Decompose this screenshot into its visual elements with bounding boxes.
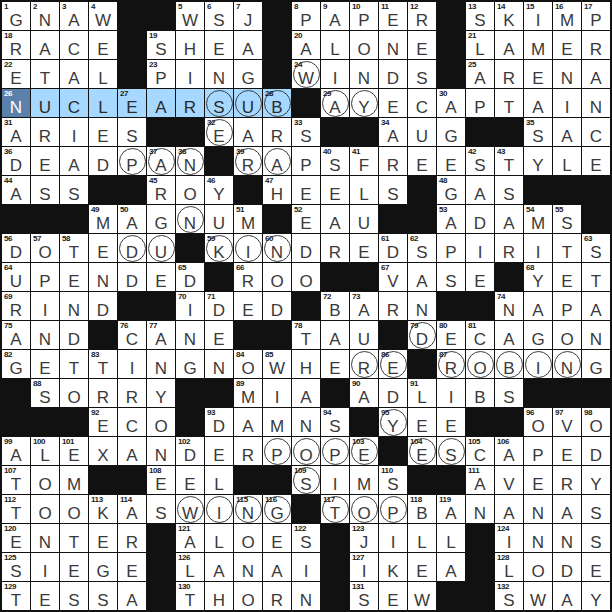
grid-cell-r1c3[interactable]: 3A <box>60 2 88 30</box>
grid-cell-r14c16[interactable]: I <box>437 379 465 407</box>
grid-cell-r8c5[interactable]: 50A <box>118 205 146 233</box>
grid-cell-r4c5[interactable]: 27E <box>118 89 146 117</box>
grid-cell-r4c19[interactable]: A <box>524 89 552 117</box>
grid-cell-r9c14[interactable]: 61D <box>379 234 407 262</box>
grid-cell-r11c8[interactable]: 71D <box>205 292 233 320</box>
grid-cell-r18c15[interactable]: 118B <box>408 495 436 523</box>
grid-cell-r20c5[interactable]: E <box>118 553 146 581</box>
grid-cell-r15c15[interactable]: E <box>408 408 436 436</box>
grid-cell-r1c12[interactable]: 9A <box>321 2 349 30</box>
grid-cell-r20c2[interactable]: I <box>31 553 59 581</box>
grid-cell-r19c8[interactable]: L <box>205 524 233 552</box>
grid-cell-r9c1[interactable]: 56D <box>2 234 30 262</box>
grid-cell-r4c18[interactable]: T <box>495 89 523 117</box>
grid-cell-r3c20[interactable]: N <box>553 60 581 88</box>
grid-cell-r11c3[interactable]: N <box>60 292 88 320</box>
grid-cell-r3c4[interactable]: L <box>89 60 117 88</box>
grid-cell-r6c6[interactable]: 37A <box>147 147 175 175</box>
grid-cell-r1c1[interactable]: 1G <box>2 2 30 30</box>
grid-cell-r4c9[interactable]: U <box>234 89 262 117</box>
grid-cell-r2c20[interactable]: E <box>553 31 581 59</box>
grid-cell-r18c3[interactable]: O <box>60 495 88 523</box>
grid-cell-r20c11[interactable]: I <box>292 553 320 581</box>
grid-cell-r9c6[interactable]: U <box>147 234 175 262</box>
grid-cell-r9c4[interactable]: E <box>89 234 117 262</box>
grid-cell-r7c3[interactable]: S <box>60 176 88 204</box>
grid-cell-r21c11[interactable]: N <box>292 582 320 610</box>
grid-cell-r6c9[interactable]: 39R <box>234 147 262 175</box>
grid-cell-r10c11[interactable]: O <box>292 263 320 291</box>
grid-cell-r14c3[interactable]: O <box>60 379 88 407</box>
grid-cell-r16c10[interactable]: P <box>263 437 291 465</box>
grid-cell-r19c20[interactable]: N <box>553 524 581 552</box>
grid-cell-r8c9[interactable]: 51M <box>234 205 262 233</box>
grid-cell-r10c21[interactable]: T <box>582 263 610 291</box>
grid-cell-r15c19[interactable]: 96O <box>524 408 552 436</box>
grid-cell-r11c21[interactable]: A <box>582 292 610 320</box>
grid-cell-r9c11[interactable]: D <box>292 234 320 262</box>
grid-cell-r3c18[interactable]: R <box>495 60 523 88</box>
grid-cell-r16c20[interactable]: E <box>553 437 581 465</box>
grid-cell-r21c10[interactable]: R <box>263 582 291 610</box>
grid-cell-r7c2[interactable]: S <box>31 176 59 204</box>
grid-cell-r19c9[interactable]: O <box>234 524 262 552</box>
grid-cell-r6c7[interactable]: 38N <box>176 147 204 175</box>
grid-cell-r16c16[interactable]: S <box>437 437 465 465</box>
grid-cell-r16c2[interactable]: 100L <box>31 437 59 465</box>
grid-cell-r16c9[interactable]: R <box>234 437 262 465</box>
grid-cell-r9c10[interactable]: 60N <box>263 234 291 262</box>
grid-cell-r2c21[interactable]: R <box>582 31 610 59</box>
grid-cell-r16c21[interactable]: D <box>582 437 610 465</box>
grid-cell-r19c4[interactable]: E <box>89 524 117 552</box>
grid-cell-r2c7[interactable]: H <box>176 31 204 59</box>
grid-cell-r13c9[interactable]: 84O <box>234 350 262 378</box>
grid-cell-r20c10[interactable]: A <box>263 553 291 581</box>
grid-cell-r15c14[interactable]: 95Y <box>379 408 407 436</box>
grid-cell-r9c8[interactable]: 59K <box>205 234 233 262</box>
grid-cell-r13c17[interactable]: O <box>466 350 494 378</box>
grid-cell-r6c18[interactable]: 43T <box>495 147 523 175</box>
grid-cell-r4c20[interactable]: I <box>553 89 581 117</box>
grid-cell-r10c10[interactable]: O <box>263 263 291 291</box>
grid-cell-r4c17[interactable]: P <box>466 89 494 117</box>
grid-cell-r4c8[interactable]: S <box>205 89 233 117</box>
grid-cell-r6c12[interactable]: 40S <box>321 147 349 175</box>
grid-cell-r14c14[interactable]: D <box>379 379 407 407</box>
grid-cell-r7c16[interactable]: 48G <box>437 176 465 204</box>
grid-cell-r4c7[interactable]: R <box>176 89 204 117</box>
grid-cell-r3c1[interactable]: 22E <box>2 60 30 88</box>
grid-cell-r20c3[interactable]: E <box>60 553 88 581</box>
grid-cell-r9c19[interactable]: I <box>524 234 552 262</box>
grid-cell-r2c2[interactable]: A <box>31 31 59 59</box>
grid-cell-r21c3[interactable]: S <box>60 582 88 610</box>
grid-cell-r13c1[interactable]: 82G <box>2 350 30 378</box>
grid-cell-r11c13[interactable]: 73A <box>350 292 378 320</box>
grid-cell-r14c10[interactable]: I <box>263 379 291 407</box>
grid-cell-r3c3[interactable]: A <box>60 60 88 88</box>
grid-cell-r19c3[interactable]: T <box>60 524 88 552</box>
grid-cell-r15c12[interactable]: 94S <box>321 408 349 436</box>
grid-cell-r1c11[interactable]: 8P <box>292 2 320 30</box>
grid-cell-r19c7[interactable]: 121A <box>176 524 204 552</box>
grid-cell-r1c8[interactable]: 6S <box>205 2 233 30</box>
grid-cell-r2c17[interactable]: 21L <box>466 31 494 59</box>
grid-cell-r13c18[interactable]: B <box>495 350 523 378</box>
grid-cell-r12c11[interactable]: 78T <box>292 321 320 349</box>
grid-cell-r18c12[interactable]: 117T <box>321 495 349 523</box>
grid-cell-r5c11[interactable]: 33S <box>292 118 320 146</box>
grid-cell-r17c7[interactable]: E <box>176 466 204 494</box>
grid-cell-r6c15[interactable]: E <box>408 147 436 175</box>
grid-cell-r7c7[interactable]: O <box>176 176 204 204</box>
grid-cell-r16c19[interactable]: P <box>524 437 552 465</box>
grid-cell-r16c6[interactable]: N <box>147 437 175 465</box>
grid-cell-r21c13[interactable]: 131S <box>350 582 378 610</box>
grid-cell-r8c17[interactable]: D <box>466 205 494 233</box>
grid-cell-r13c8[interactable]: N <box>205 350 233 378</box>
grid-cell-r20c20[interactable]: D <box>553 553 581 581</box>
grid-cell-r17c2[interactable]: O <box>31 466 59 494</box>
grid-cell-r20c14[interactable]: K <box>379 553 407 581</box>
grid-cell-r21c2[interactable]: E <box>31 582 59 610</box>
grid-cell-r18c16[interactable]: 119A <box>437 495 465 523</box>
grid-cell-r13c16[interactable]: 87R <box>437 350 465 378</box>
grid-cell-r13c11[interactable]: H <box>292 350 320 378</box>
grid-cell-r1c20[interactable]: 16M <box>553 2 581 30</box>
grid-cell-r4c6[interactable]: A <box>147 89 175 117</box>
grid-cell-r2c6[interactable]: 19S <box>147 31 175 59</box>
grid-cell-r3c9[interactable]: G <box>234 60 262 88</box>
grid-cell-r3c13[interactable]: N <box>350 60 378 88</box>
grid-cell-r8c20[interactable]: 55S <box>553 205 581 233</box>
grid-cell-r3c19[interactable]: E <box>524 60 552 88</box>
grid-cell-r6c1[interactable]: 36D <box>2 147 30 175</box>
grid-cell-r7c10[interactable]: 47H <box>263 176 291 204</box>
grid-cell-r10c3[interactable]: E <box>60 263 88 291</box>
grid-cell-r11c15[interactable]: N <box>408 292 436 320</box>
grid-cell-r11c20[interactable]: P <box>553 292 581 320</box>
grid-cell-r3c17[interactable]: 25A <box>466 60 494 88</box>
grid-cell-r13c3[interactable]: T <box>60 350 88 378</box>
grid-cell-r8c16[interactable]: 53A <box>437 205 465 233</box>
grid-cell-r1c13[interactable]: 10P <box>350 2 378 30</box>
grid-cell-r18c2[interactable]: O <box>31 495 59 523</box>
grid-cell-r1c18[interactable]: 14K <box>495 2 523 30</box>
grid-cell-r17c8[interactable]: L <box>205 466 233 494</box>
selected-cell[interactable]: 26N <box>2 89 30 117</box>
grid-cell-r20c16[interactable]: A <box>437 553 465 581</box>
grid-cell-r15c16[interactable]: E <box>437 408 465 436</box>
grid-cell-r1c15[interactable]: 12R <box>408 2 436 30</box>
grid-cell-r19c21[interactable]: S <box>582 524 610 552</box>
grid-cell-r11c14[interactable]: R <box>379 292 407 320</box>
grid-cell-r11c2[interactable]: I <box>31 292 59 320</box>
grid-cell-r18c6[interactable]: S <box>147 495 175 523</box>
grid-cell-r7c13[interactable]: L <box>350 176 378 204</box>
grid-cell-r5c2[interactable]: R <box>31 118 59 146</box>
grid-cell-r6c14[interactable]: R <box>379 147 407 175</box>
grid-cell-r1c19[interactable]: 15I <box>524 2 552 30</box>
grid-cell-r6c21[interactable]: E <box>582 147 610 175</box>
grid-cell-r10c4[interactable]: N <box>89 263 117 291</box>
grid-cell-r17c6[interactable]: 108E <box>147 466 175 494</box>
grid-cell-r11c10[interactable]: D <box>263 292 291 320</box>
grid-cell-r1c17[interactable]: 13S <box>466 2 494 30</box>
grid-cell-r9c21[interactable]: 63S <box>582 234 610 262</box>
grid-cell-r21c4[interactable]: S <box>89 582 117 610</box>
grid-cell-r10c6[interactable]: E <box>147 263 175 291</box>
grid-cell-r13c21[interactable]: G <box>582 350 610 378</box>
grid-cell-r13c7[interactable]: G <box>176 350 204 378</box>
grid-cell-r12c17[interactable]: 81C <box>466 321 494 349</box>
grid-cell-r14c18[interactable]: S <box>495 379 523 407</box>
grid-cell-r21c5[interactable]: A <box>118 582 146 610</box>
grid-cell-r13c4[interactable]: 83T <box>89 350 117 378</box>
grid-cell-r13c5[interactable]: I <box>118 350 146 378</box>
grid-cell-r17c3[interactable]: M <box>60 466 88 494</box>
grid-cell-r16c18[interactable]: 106A <box>495 437 523 465</box>
grid-cell-r17c19[interactable]: E <box>524 466 552 494</box>
grid-cell-r6c10[interactable]: A <box>263 147 291 175</box>
grid-cell-r18c20[interactable]: A <box>553 495 581 523</box>
grid-cell-r5c8[interactable]: 32E <box>205 118 233 146</box>
grid-cell-r3c11[interactable]: 24W <box>292 60 320 88</box>
grid-cell-r5c15[interactable]: U <box>408 118 436 146</box>
grid-cell-r8c18[interactable]: A <box>495 205 523 233</box>
grid-cell-r7c14[interactable]: S <box>379 176 407 204</box>
grid-cell-r12c18[interactable]: A <box>495 321 523 349</box>
grid-cell-r10c17[interactable]: E <box>466 263 494 291</box>
grid-cell-r21c9[interactable]: O <box>234 582 262 610</box>
grid-cell-r2c18[interactable]: A <box>495 31 523 59</box>
grid-cell-r13c2[interactable]: E <box>31 350 59 378</box>
grid-cell-r1c7[interactable]: 5W <box>176 2 204 30</box>
grid-cell-r9c12[interactable]: R <box>321 234 349 262</box>
grid-cell-r15c4[interactable]: 92E <box>89 408 117 436</box>
grid-cell-r13c14[interactable]: 86E <box>379 350 407 378</box>
grid-cell-r6c13[interactable]: 41F <box>350 147 378 175</box>
grid-cell-r7c6[interactable]: 45R <box>147 176 175 204</box>
grid-cell-r3c14[interactable]: D <box>379 60 407 88</box>
grid-cell-r10c9[interactable]: 66R <box>234 263 262 291</box>
grid-cell-r15c11[interactable]: N <box>292 408 320 436</box>
grid-cell-r7c18[interactable]: S <box>495 176 523 204</box>
grid-cell-r17c20[interactable]: R <box>553 466 581 494</box>
grid-cell-r18c18[interactable]: A <box>495 495 523 523</box>
grid-cell-r7c1[interactable]: 44A <box>2 176 30 204</box>
grid-cell-r3c12[interactable]: I <box>321 60 349 88</box>
grid-cell-r2c19[interactable]: M <box>524 31 552 59</box>
grid-cell-r10c14[interactable]: 67V <box>379 263 407 291</box>
grid-cell-r21c18[interactable]: 132S <box>495 582 523 610</box>
grid-cell-r15c21[interactable]: 98O <box>582 408 610 436</box>
grid-cell-r20c9[interactable]: N <box>234 553 262 581</box>
grid-cell-r15c6[interactable]: O <box>147 408 175 436</box>
grid-cell-r12c21[interactable]: N <box>582 321 610 349</box>
grid-cell-r16c3[interactable]: 101E <box>60 437 88 465</box>
grid-cell-r14c9[interactable]: 89M <box>234 379 262 407</box>
grid-cell-r14c6[interactable]: Y <box>147 379 175 407</box>
grid-cell-r5c21[interactable]: C <box>582 118 610 146</box>
grid-cell-r7c8[interactable]: 46Y <box>205 176 233 204</box>
grid-cell-r18c5[interactable]: 114A <box>118 495 146 523</box>
grid-cell-r16c5[interactable]: A <box>118 437 146 465</box>
grid-cell-r9c17[interactable]: I <box>466 234 494 262</box>
grid-cell-r18c17[interactable]: N <box>466 495 494 523</box>
grid-cell-r1c21[interactable]: 17P <box>582 2 610 30</box>
grid-cell-r21c19[interactable]: W <box>524 582 552 610</box>
grid-cell-r4c3[interactable]: C <box>60 89 88 117</box>
grid-cell-r4c13[interactable]: Y <box>350 89 378 117</box>
grid-cell-r15c8[interactable]: 93D <box>205 408 233 436</box>
grid-cell-r3c6[interactable]: 23P <box>147 60 175 88</box>
grid-cell-r20c4[interactable]: G <box>89 553 117 581</box>
grid-cell-r14c13[interactable]: 90A <box>350 379 378 407</box>
grid-cell-r19c13[interactable]: 123J <box>350 524 378 552</box>
grid-cell-r20c8[interactable]: A <box>205 553 233 581</box>
grid-cell-r9c2[interactable]: 57O <box>31 234 59 262</box>
grid-cell-r2c9[interactable]: A <box>234 31 262 59</box>
grid-cell-r13c12[interactable]: E <box>321 350 349 378</box>
grid-cell-r6c19[interactable]: Y <box>524 147 552 175</box>
grid-cell-r4c2[interactable]: U <box>31 89 59 117</box>
grid-cell-r8c7[interactable]: N <box>176 205 204 233</box>
grid-cell-r12c16[interactable]: 80E <box>437 321 465 349</box>
grid-cell-r11c7[interactable]: 70I <box>176 292 204 320</box>
grid-cell-r6c20[interactable]: L <box>553 147 581 175</box>
grid-cell-r12c2[interactable]: N <box>31 321 59 349</box>
grid-cell-r2c12[interactable]: L <box>321 31 349 59</box>
grid-cell-r2c8[interactable]: E <box>205 31 233 59</box>
grid-cell-r2c15[interactable]: E <box>408 31 436 59</box>
grid-cell-r19c1[interactable]: 120E <box>2 524 30 552</box>
grid-cell-r2c13[interactable]: O <box>350 31 378 59</box>
grid-cell-r3c21[interactable]: A <box>582 60 610 88</box>
grid-cell-r4c14[interactable]: E <box>379 89 407 117</box>
grid-cell-r1c4[interactable]: 4W <box>89 2 117 30</box>
grid-cell-r14c2[interactable]: 88S <box>31 379 59 407</box>
grid-cell-r11c18[interactable]: 74N <box>495 292 523 320</box>
grid-cell-r6c16[interactable]: E <box>437 147 465 175</box>
grid-cell-r9c9[interactable]: I <box>234 234 262 262</box>
grid-cell-r12c6[interactable]: 77A <box>147 321 175 349</box>
grid-cell-r8c12[interactable]: A <box>321 205 349 233</box>
grid-cell-r17c1[interactable]: 107T <box>2 466 30 494</box>
grid-cell-r11c9[interactable]: E <box>234 292 262 320</box>
grid-cell-r17c17[interactable]: 111A <box>466 466 494 494</box>
grid-cell-r16c7[interactable]: 102D <box>176 437 204 465</box>
grid-cell-r9c20[interactable]: T <box>553 234 581 262</box>
grid-cell-r19c5[interactable]: R <box>118 524 146 552</box>
grid-cell-r14c5[interactable]: R <box>118 379 146 407</box>
grid-cell-r3c2[interactable]: T <box>31 60 59 88</box>
grid-cell-r13c10[interactable]: 85W <box>263 350 291 378</box>
grid-cell-r16c11[interactable]: O <box>292 437 320 465</box>
grid-cell-r10c7[interactable]: 65D <box>176 263 204 291</box>
grid-cell-r9c13[interactable]: E <box>350 234 378 262</box>
grid-cell-r20c15[interactable]: E <box>408 553 436 581</box>
grid-cell-r3c15[interactable]: S <box>408 60 436 88</box>
grid-cell-r10c19[interactable]: 68Y <box>524 263 552 291</box>
grid-cell-r5c1[interactable]: 31A <box>2 118 30 146</box>
grid-cell-r18c19[interactable]: N <box>524 495 552 523</box>
grid-cell-r13c20[interactable]: N <box>553 350 581 378</box>
grid-cell-r18c10[interactable]: 116G <box>263 495 291 523</box>
grid-cell-r9c3[interactable]: 58T <box>60 234 88 262</box>
grid-cell-r4c4[interactable]: L <box>89 89 117 117</box>
grid-cell-r10c5[interactable]: D <box>118 263 146 291</box>
grid-cell-r9c5[interactable]: D <box>118 234 146 262</box>
grid-cell-r13c13[interactable]: R <box>350 350 378 378</box>
grid-cell-r16c15[interactable]: 104E <box>408 437 436 465</box>
grid-cell-r5c16[interactable]: G <box>437 118 465 146</box>
grid-cell-r6c11[interactable]: P <box>292 147 320 175</box>
grid-cell-r9c15[interactable]: 62S <box>408 234 436 262</box>
grid-cell-r21c1[interactable]: 129T <box>2 582 30 610</box>
grid-cell-r16c12[interactable]: P <box>321 437 349 465</box>
grid-cell-r5c5[interactable]: S <box>118 118 146 146</box>
grid-cell-r21c14[interactable]: E <box>379 582 407 610</box>
grid-cell-r18c14[interactable]: P <box>379 495 407 523</box>
grid-cell-r21c15[interactable]: W <box>408 582 436 610</box>
grid-cell-r20c21[interactable]: E <box>582 553 610 581</box>
grid-cell-r18c1[interactable]: 112T <box>2 495 30 523</box>
grid-cell-r4c10[interactable]: 28B <box>263 89 291 117</box>
grid-cell-r19c18[interactable]: 124I <box>495 524 523 552</box>
grid-cell-r15c5[interactable]: C <box>118 408 146 436</box>
grid-cell-r19c16[interactable]: L <box>437 524 465 552</box>
grid-cell-r6c2[interactable]: E <box>31 147 59 175</box>
grid-cell-r12c1[interactable]: 75A <box>2 321 30 349</box>
grid-cell-r21c7[interactable]: 130T <box>176 582 204 610</box>
grid-cell-r16c8[interactable]: E <box>205 437 233 465</box>
grid-cell-r8c6[interactable]: G <box>147 205 175 233</box>
grid-cell-r12c7[interactable]: N <box>176 321 204 349</box>
grid-cell-r10c2[interactable]: P <box>31 263 59 291</box>
grid-cell-r10c20[interactable]: E <box>553 263 581 291</box>
grid-cell-r8c8[interactable]: U <box>205 205 233 233</box>
grid-cell-r6c3[interactable]: A <box>60 147 88 175</box>
grid-cell-r21c20[interactable]: A <box>553 582 581 610</box>
grid-cell-r17c13[interactable]: M <box>350 466 378 494</box>
grid-cell-r2c3[interactable]: C <box>60 31 88 59</box>
grid-cell-r19c19[interactable]: N <box>524 524 552 552</box>
grid-cell-r20c7[interactable]: 126L <box>176 553 204 581</box>
grid-cell-r18c13[interactable]: O <box>350 495 378 523</box>
grid-cell-r16c1[interactable]: 99A <box>2 437 30 465</box>
grid-cell-r7c12[interactable]: E <box>321 176 349 204</box>
grid-cell-r8c11[interactable]: 52E <box>292 205 320 233</box>
grid-cell-r12c12[interactable]: A <box>321 321 349 349</box>
grid-cell-r7c17[interactable]: A <box>466 176 494 204</box>
grid-cell-r14c4[interactable]: R <box>89 379 117 407</box>
grid-cell-r14c17[interactable]: B <box>466 379 494 407</box>
grid-cell-r21c8[interactable]: H <box>205 582 233 610</box>
grid-cell-r4c21[interactable]: N <box>582 89 610 117</box>
grid-cell-r11c19[interactable]: A <box>524 292 552 320</box>
grid-cell-r19c14[interactable]: I <box>379 524 407 552</box>
grid-cell-r8c4[interactable]: 49M <box>89 205 117 233</box>
grid-cell-r17c21[interactable]: Y <box>582 466 610 494</box>
grid-cell-r12c15[interactable]: 79D <box>408 321 436 349</box>
grid-cell-r18c8[interactable]: I <box>205 495 233 523</box>
grid-cell-r1c9[interactable]: 7J <box>234 2 262 30</box>
grid-cell-r12c3[interactable]: D <box>60 321 88 349</box>
grid-cell-r9c16[interactable]: P <box>437 234 465 262</box>
grid-cell-r4c12[interactable]: 29A <box>321 89 349 117</box>
